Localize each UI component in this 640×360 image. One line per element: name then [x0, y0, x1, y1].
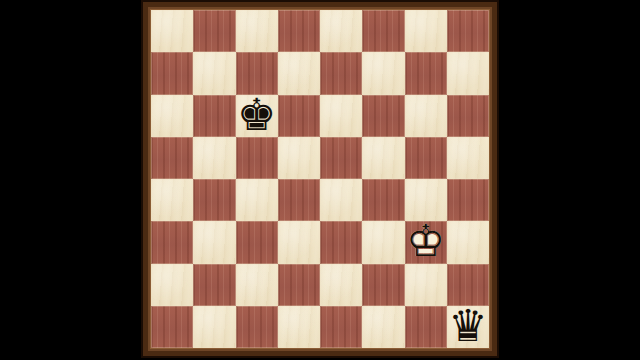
square-h5[interactable] — [447, 137, 489, 179]
square-f6[interactable] — [362, 95, 404, 137]
square-h3[interactable] — [447, 221, 489, 263]
square-h6[interactable] — [447, 95, 489, 137]
square-b7[interactable] — [193, 52, 235, 94]
square-g2[interactable] — [405, 264, 447, 306]
square-g3[interactable]: ♚♔ — [405, 221, 447, 263]
piece-black-queen[interactable]: ♛ — [447, 306, 489, 348]
square-h8[interactable] — [447, 10, 489, 52]
square-f3[interactable] — [362, 221, 404, 263]
piece-white-king[interactable]: ♚♔ — [405, 221, 447, 263]
square-f1[interactable] — [362, 306, 404, 348]
square-e3[interactable] — [320, 221, 362, 263]
square-d4[interactable] — [278, 179, 320, 221]
square-a5[interactable] — [151, 137, 193, 179]
square-b6[interactable] — [193, 95, 235, 137]
square-f7[interactable] — [362, 52, 404, 94]
chess-board-frame: ♚♚♔♛ — [141, 0, 499, 358]
square-c8[interactable] — [236, 10, 278, 52]
square-a7[interactable] — [151, 52, 193, 94]
square-d2[interactable] — [278, 264, 320, 306]
square-d6[interactable] — [278, 95, 320, 137]
square-d8[interactable] — [278, 10, 320, 52]
square-g8[interactable] — [405, 10, 447, 52]
square-c2[interactable] — [236, 264, 278, 306]
square-a2[interactable] — [151, 264, 193, 306]
square-g5[interactable] — [405, 137, 447, 179]
square-e4[interactable] — [320, 179, 362, 221]
square-g7[interactable] — [405, 52, 447, 94]
square-a4[interactable] — [151, 179, 193, 221]
square-a6[interactable] — [151, 95, 193, 137]
square-c1[interactable] — [236, 306, 278, 348]
square-d7[interactable] — [278, 52, 320, 94]
black-king-glyph: ♚ — [237, 93, 276, 137]
square-e2[interactable] — [320, 264, 362, 306]
square-d3[interactable] — [278, 221, 320, 263]
square-f5[interactable] — [362, 137, 404, 179]
black-queen-glyph: ♛ — [448, 304, 487, 348]
square-e1[interactable] — [320, 306, 362, 348]
square-b3[interactable] — [193, 221, 235, 263]
white-king-outline-glyph: ♔ — [406, 219, 445, 263]
square-e5[interactable] — [320, 137, 362, 179]
square-b4[interactable] — [193, 179, 235, 221]
square-h1[interactable]: ♛ — [447, 306, 489, 348]
square-c3[interactable] — [236, 221, 278, 263]
square-c4[interactable] — [236, 179, 278, 221]
chess-board: ♚♚♔♛ — [151, 10, 489, 348]
square-c6[interactable]: ♚ — [236, 95, 278, 137]
square-e8[interactable] — [320, 10, 362, 52]
square-g1[interactable] — [405, 306, 447, 348]
square-a1[interactable] — [151, 306, 193, 348]
square-a8[interactable] — [151, 10, 193, 52]
square-b8[interactable] — [193, 10, 235, 52]
square-h7[interactable] — [447, 52, 489, 94]
square-d1[interactable] — [278, 306, 320, 348]
square-f4[interactable] — [362, 179, 404, 221]
square-h4[interactable] — [447, 179, 489, 221]
square-b5[interactable] — [193, 137, 235, 179]
square-b2[interactable] — [193, 264, 235, 306]
square-d5[interactable] — [278, 137, 320, 179]
video-frame-stage: ♚♚♔♛ — [0, 0, 640, 360]
square-f8[interactable] — [362, 10, 404, 52]
square-a3[interactable] — [151, 221, 193, 263]
square-e7[interactable] — [320, 52, 362, 94]
square-g6[interactable] — [405, 95, 447, 137]
square-c5[interactable] — [236, 137, 278, 179]
square-b1[interactable] — [193, 306, 235, 348]
square-f2[interactable] — [362, 264, 404, 306]
square-e6[interactable] — [320, 95, 362, 137]
piece-black-king[interactable]: ♚ — [236, 95, 278, 137]
